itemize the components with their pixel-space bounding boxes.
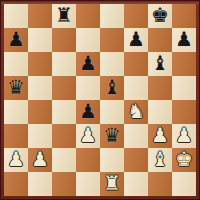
square-c5[interactable] [52,76,76,100]
square-f4[interactable]: ♞ [124,100,148,124]
square-d8[interactable] [76,4,100,28]
square-e7[interactable] [100,28,124,52]
square-d1[interactable] [76,172,100,196]
square-d5[interactable] [76,76,100,100]
square-g1[interactable] [148,172,172,196]
square-d4[interactable]: ♟ [76,100,100,124]
square-c1[interactable] [52,172,76,196]
square-h5[interactable] [172,76,196,100]
square-e1[interactable]: ♜ [100,172,124,196]
square-b3[interactable] [28,124,52,148]
piece-black-king-g8[interactable]: ♚ [151,5,169,25]
chess-board: ♜♚♟♟♟♟♝♛♝♟♞♟♛♟♟♟♟♝♚♜ [4,4,196,196]
square-a2[interactable]: ♟ [4,148,28,172]
piece-black-pawn-h7[interactable]: ♟ [175,29,193,49]
square-g2[interactable]: ♝ [148,148,172,172]
square-g7[interactable] [148,28,172,52]
chess-board-frame: ♜♚♟♟♟♟♝♛♝♟♞♟♛♟♟♟♟♝♚♜ [0,0,200,200]
square-b5[interactable] [28,76,52,100]
square-b4[interactable] [28,100,52,124]
square-e8[interactable] [100,4,124,28]
square-a6[interactable] [4,52,28,76]
square-h3[interactable]: ♟ [172,124,196,148]
piece-white-knight-f4[interactable]: ♞ [127,101,145,121]
square-d6[interactable]: ♟ [76,52,100,76]
square-g4[interactable] [148,100,172,124]
square-g5[interactable] [148,76,172,100]
piece-black-pawn-f7[interactable]: ♟ [127,29,145,49]
square-a5[interactable]: ♛ [4,76,28,100]
square-e6[interactable] [100,52,124,76]
square-c2[interactable] [52,148,76,172]
square-h2[interactable]: ♚ [172,148,196,172]
piece-white-pawn-h3[interactable]: ♟ [175,125,193,145]
square-f6[interactable] [124,52,148,76]
square-b6[interactable] [28,52,52,76]
square-e4[interactable] [100,100,124,124]
square-b1[interactable] [28,172,52,196]
square-d2[interactable] [76,148,100,172]
square-b2[interactable]: ♟ [28,148,52,172]
square-d3[interactable]: ♟ [76,124,100,148]
square-h4[interactable] [172,100,196,124]
piece-black-pawn-d6[interactable]: ♟ [79,53,97,73]
piece-black-pawn-d4[interactable]: ♟ [79,101,97,121]
square-g8[interactable]: ♚ [148,4,172,28]
square-h8[interactable] [172,4,196,28]
piece-white-pawn-g3[interactable]: ♟ [151,125,169,145]
piece-black-queen-a5[interactable]: ♛ [7,77,25,97]
piece-white-rook-e1[interactable]: ♜ [103,173,121,193]
square-h7[interactable]: ♟ [172,28,196,52]
square-g6[interactable]: ♝ [148,52,172,76]
square-c7[interactable] [52,28,76,52]
piece-white-king-h2[interactable]: ♚ [175,149,193,169]
piece-black-queen-e3[interactable]: ♛ [103,125,121,145]
square-f2[interactable] [124,148,148,172]
square-c8[interactable]: ♜ [52,4,76,28]
piece-white-bishop-g2[interactable]: ♝ [151,149,169,169]
piece-black-pawn-a7[interactable]: ♟ [7,29,25,49]
piece-white-pawn-b2[interactable]: ♟ [31,149,49,169]
square-a7[interactable]: ♟ [4,28,28,52]
square-g3[interactable]: ♟ [148,124,172,148]
square-c4[interactable] [52,100,76,124]
square-e5[interactable]: ♝ [100,76,124,100]
square-h6[interactable] [172,52,196,76]
square-a8[interactable] [4,4,28,28]
square-c6[interactable] [52,52,76,76]
piece-white-pawn-a2[interactable]: ♟ [7,149,25,169]
square-c3[interactable] [52,124,76,148]
square-a3[interactable] [4,124,28,148]
square-f8[interactable] [124,4,148,28]
square-a1[interactable] [4,172,28,196]
square-d7[interactable] [76,28,100,52]
piece-white-pawn-d3[interactable]: ♟ [79,125,97,145]
square-b8[interactable] [28,4,52,28]
square-f5[interactable] [124,76,148,100]
square-f1[interactable] [124,172,148,196]
piece-black-bishop-g6[interactable]: ♝ [151,53,169,73]
square-h1[interactable] [172,172,196,196]
square-a4[interactable] [4,100,28,124]
square-f3[interactable] [124,124,148,148]
square-e3[interactable]: ♛ [100,124,124,148]
square-e2[interactable] [100,148,124,172]
square-b7[interactable] [28,28,52,52]
piece-black-rook-c8[interactable]: ♜ [55,5,73,25]
piece-black-bishop-e5[interactable]: ♝ [103,77,121,97]
square-f7[interactable]: ♟ [124,28,148,52]
